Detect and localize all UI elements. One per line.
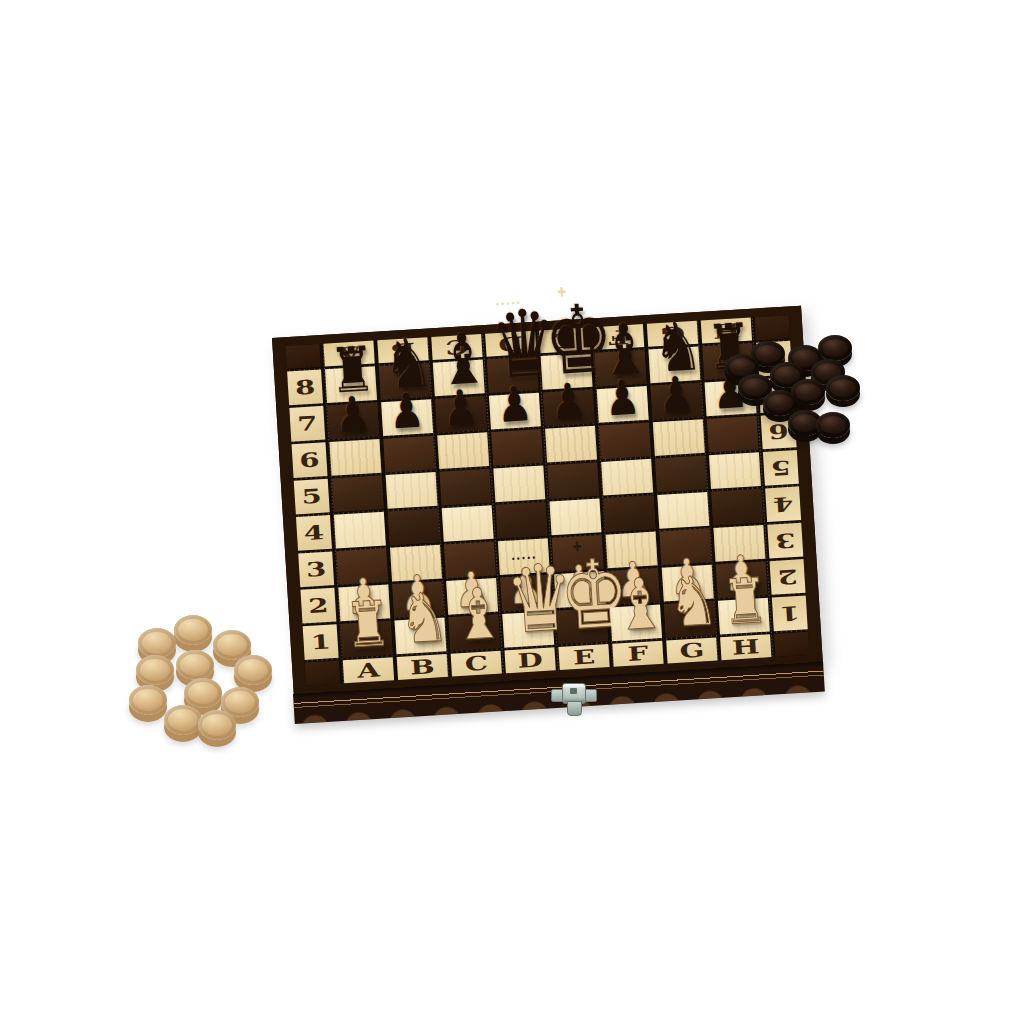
file-label-bottom-h: H [720, 634, 771, 660]
square-c1[interactable]: ♝ [448, 614, 500, 651]
square-a6[interactable] [329, 439, 381, 476]
black-pawn-c7[interactable]: ♟ [439, 382, 483, 432]
clasp-hook [567, 701, 582, 716]
square-b1[interactable]: ♞ [394, 618, 446, 655]
square-e1[interactable]: ♚✚ [556, 608, 608, 645]
rank-label-right-4: 4 [765, 486, 801, 522]
square-c7[interactable]: ♟ [435, 396, 487, 433]
file-label-bottom-e: E [558, 644, 609, 670]
white-rook-h1[interactable]: ♜ [721, 570, 766, 634]
frame-corner [286, 344, 321, 369]
white-bishop-icon: ♝ [612, 568, 668, 641]
light-checker-disc[interactable] [164, 705, 202, 735]
square-a1[interactable]: ♜ [341, 621, 393, 658]
light-checker-disc[interactable] [198, 710, 236, 740]
black-pawn-g7[interactable]: ♟ [654, 369, 698, 419]
light-checker-disc[interactable] [234, 655, 272, 685]
square-b4[interactable] [388, 508, 440, 545]
black-pawn-e7[interactable]: ♟ [546, 375, 590, 425]
rank-label-left-8: 8 [287, 369, 323, 405]
black-pawn-icon: ♟ [442, 382, 480, 432]
file-label-bottom-f: F [612, 641, 663, 667]
square-e5[interactable] [547, 462, 599, 499]
rank-label-left-5: 5 [294, 479, 330, 515]
square-g7[interactable]: ♟ [651, 383, 703, 420]
black-pawn-icon: ♟ [549, 376, 587, 426]
square-g6[interactable] [653, 419, 705, 456]
square-d5[interactable] [493, 465, 545, 502]
square-d7[interactable]: ♟ [489, 393, 541, 430]
square-b5[interactable] [386, 472, 438, 509]
black-pawn-a7[interactable]: ♟ [331, 389, 375, 439]
square-d1[interactable]: ♛••••• [502, 611, 554, 648]
white-bishop-icon: ♝ [451, 578, 507, 651]
clasp-keyhole [570, 688, 577, 694]
file-label-bottom-b: B [397, 654, 448, 680]
light-checker-disc[interactable] [174, 615, 212, 645]
black-pawn-icon: ♟ [495, 379, 533, 429]
dark-checker-disc[interactable] [816, 412, 850, 438]
rank-label-left-2: 2 [300, 588, 336, 624]
white-knight-b1[interactable]: ♞ [397, 584, 442, 654]
square-f1[interactable]: ♝ [610, 604, 662, 641]
rank-label-left-1: 1 [303, 624, 339, 660]
light-checker-disc[interactable] [129, 685, 167, 715]
square-d4[interactable] [496, 502, 548, 539]
square-h4[interactable] [711, 489, 763, 526]
square-e7[interactable]: ♟ [543, 389, 595, 426]
product-photo: ABCDEFGH8♜♞♝♛•••••♚✚♝♞♜87♟♟♟♟♟♟♟♟7665544… [0, 0, 1024, 1024]
square-a4[interactable] [334, 512, 386, 549]
square-f7[interactable]: ♟ [597, 386, 649, 423]
light-checker-disc[interactable] [136, 655, 174, 685]
square-b7[interactable]: ♟ [381, 399, 433, 436]
black-pawn-b7[interactable]: ♟ [385, 385, 429, 435]
square-c5[interactable] [439, 469, 491, 506]
frame-corner [774, 632, 809, 657]
square-c4[interactable] [442, 505, 494, 542]
square-a7[interactable]: ♟ [327, 403, 379, 440]
square-e4[interactable] [550, 499, 602, 536]
frame-corner [755, 315, 790, 340]
white-bishop-c1[interactable]: ♝ [451, 578, 496, 650]
white-knight-g1[interactable]: ♞ [666, 567, 711, 637]
file-label-bottom-g: G [666, 637, 717, 663]
rank-label-right-2: 2 [770, 559, 806, 595]
file-label-bottom-c: C [451, 651, 502, 677]
rank-label-right-5: 5 [763, 450, 799, 486]
light-checker-disc[interactable] [138, 628, 176, 658]
white-rook-a1[interactable]: ♜ [343, 593, 388, 657]
square-d6[interactable] [491, 429, 543, 466]
square-h6[interactable] [707, 416, 759, 453]
white-rook-icon: ♜ [343, 593, 392, 658]
rank-label-left-4: 4 [296, 515, 332, 551]
square-g1[interactable]: ♞ [664, 601, 716, 638]
square-f4[interactable] [603, 495, 655, 532]
file-label-bottom-d: D [505, 647, 556, 673]
dark-checker-disc[interactable] [826, 375, 860, 401]
square-g4[interactable] [657, 492, 709, 529]
black-pawn-f7[interactable]: ♟ [600, 372, 644, 422]
white-queen-d1[interactable]: ♛••••• [503, 553, 550, 647]
white-rook-icon: ♜ [721, 570, 770, 635]
rank-label-left-3: 3 [298, 551, 334, 587]
file-label-bottom-a: A [343, 657, 394, 683]
rank-label-right-3: 3 [767, 523, 803, 559]
rank-label-left-6: 6 [292, 442, 328, 478]
white-king-e1[interactable]: ♚✚ [557, 548, 604, 644]
rank-label-right-1: 1 [772, 595, 808, 631]
black-pawn-icon: ♟ [657, 369, 695, 419]
dark-checker-disc[interactable] [763, 390, 797, 416]
white-knight-icon: ♞ [666, 567, 720, 638]
black-pawn-d7[interactable]: ♟ [493, 379, 537, 429]
square-h5[interactable] [709, 452, 761, 489]
light-checker-disc[interactable] [184, 678, 222, 708]
white-bishop-f1[interactable]: ♝ [612, 569, 657, 641]
square-e6[interactable] [545, 426, 597, 463]
square-h1[interactable]: ♜ [718, 598, 770, 635]
dark-checker-disc[interactable] [818, 335, 852, 361]
black-pawn-icon: ♟ [334, 389, 372, 439]
light-checker-disc[interactable] [176, 650, 214, 680]
square-c6[interactable] [437, 432, 489, 469]
frame-corner [305, 661, 340, 686]
black-pawn-icon: ♟ [388, 386, 426, 436]
white-knight-icon: ♞ [397, 583, 451, 654]
black-pawn-icon: ♟ [603, 372, 641, 422]
square-b6[interactable] [383, 436, 435, 473]
rank-label-left-7: 7 [289, 406, 325, 442]
square-f6[interactable] [599, 422, 651, 459]
square-f5[interactable] [601, 459, 653, 496]
clasp-latch[interactable] [551, 682, 597, 716]
square-a5[interactable] [332, 475, 384, 512]
square-g5[interactable] [655, 456, 707, 493]
